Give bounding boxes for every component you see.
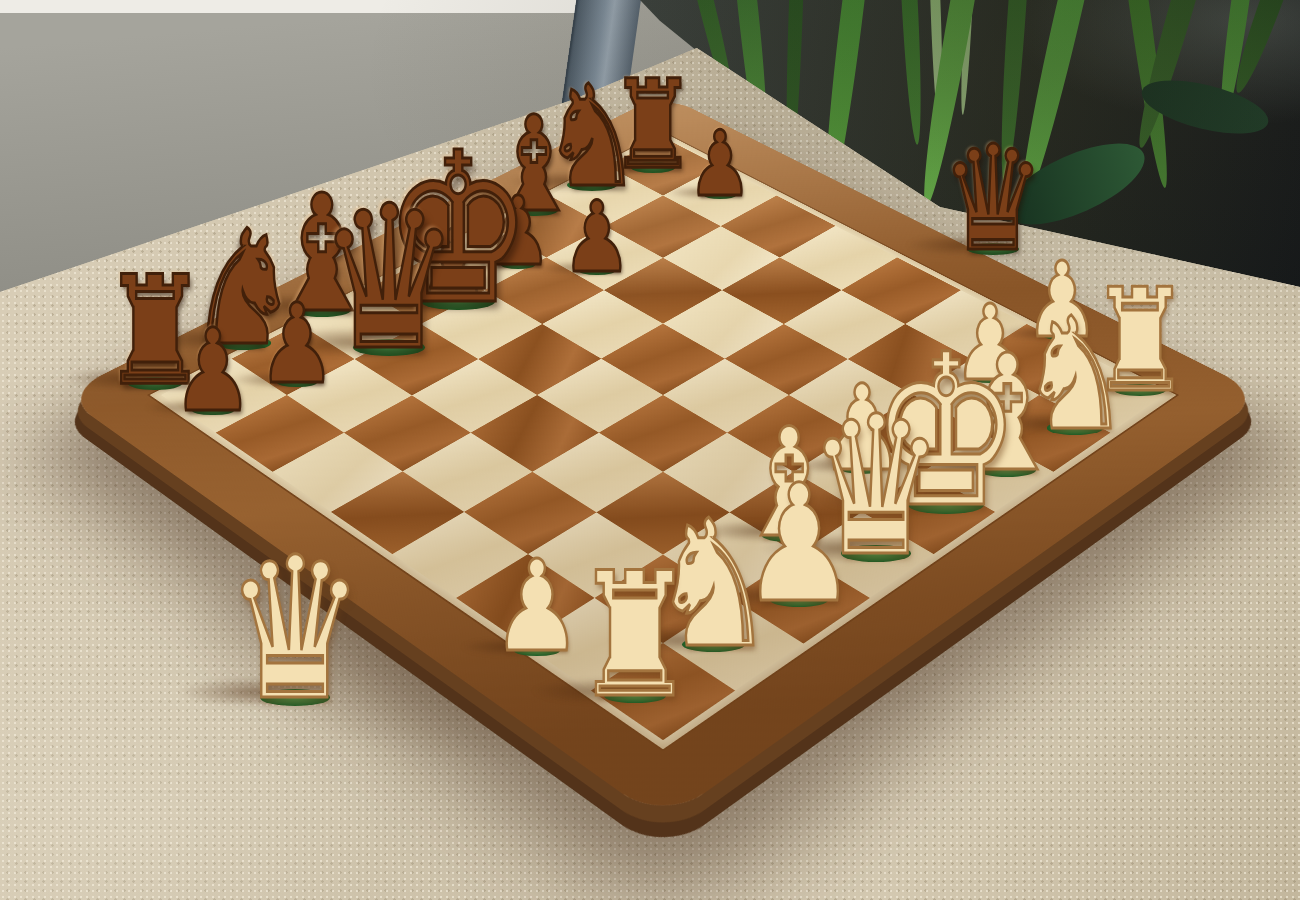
black-pawn-glyph: ♟ [562,188,632,286]
white-queen-glyph: ♛ [225,531,366,727]
scene: ♜♞♟♝♛♟♟♟♚♝♟♞♛♟♟♜♜♟♞♟♝♚♝♛♟♞♟♜♛ [0,0,1300,900]
wall-top-strip [0,0,590,13]
white-rook-glyph: ♜ [573,550,696,722]
black-pawn-glyph: ♟ [258,289,337,399]
black-queen-glyph: ♛ [318,180,460,378]
black-pawn-glyph: ♟ [172,314,254,428]
white-pawn-glyph: ♟ [492,544,582,670]
black-pawn-glyph: ♟ [688,119,753,209]
